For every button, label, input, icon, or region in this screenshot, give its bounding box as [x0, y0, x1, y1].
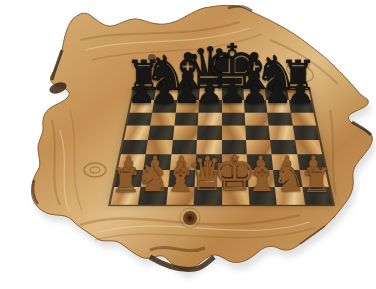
square-e6[interactable]: [221, 112, 245, 125]
square-h6[interactable]: [290, 112, 316, 125]
square-d6[interactable]: [197, 112, 221, 125]
square-c5[interactable]: [172, 125, 197, 139]
square-g6[interactable]: [267, 112, 292, 125]
square-e5[interactable]: [221, 125, 245, 139]
square-c6[interactable]: [174, 112, 198, 125]
square-h5[interactable]: [292, 125, 319, 139]
square-a5[interactable]: [124, 125, 151, 139]
square-b6[interactable]: [150, 112, 175, 125]
photo-scene: ♜♞♝♛♚♝♞♜♟♟♟♟♟♟♟♟♟♟♟♟♟♟♟♟♜♞♝♛♚♝♞♜: [0, 0, 376, 289]
square-a6[interactable]: [126, 112, 152, 125]
square-f5[interactable]: [245, 125, 270, 139]
piece-black-pawn-h7[interactable]: ♟: [286, 77, 314, 108]
square-f6[interactable]: [244, 112, 268, 125]
square-b5[interactable]: [148, 125, 174, 139]
square-d5[interactable]: [197, 125, 221, 139]
piece-white-rook-h1[interactable]: ♜: [301, 164, 331, 198]
square-g5[interactable]: [268, 125, 294, 139]
